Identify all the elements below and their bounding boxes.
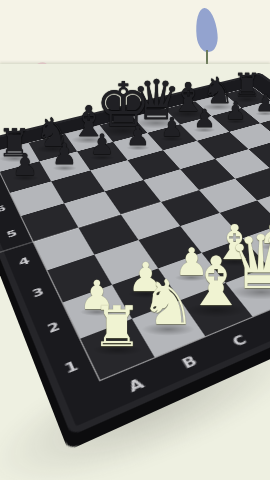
rank-label-6: 6 [0,203,8,214]
piece-black-pawn-g7[interactable]: ♟ [225,98,247,122]
rank-label-3: 3 [30,284,47,300]
piece-black-pawn-a7[interactable]: ♟ [12,150,39,180]
piece-black-pawn-e7[interactable]: ♟ [160,114,183,140]
file-label-A: A [125,373,148,395]
piece-black-pawn-c7[interactable]: ♟ [90,131,115,159]
file-label-C: C [228,330,250,349]
rank-label-1: 1 [62,356,82,376]
piece-black-pawn-h7[interactable]: ♟ [255,91,270,114]
scene: ABCDEFGH12345678 ♜♞♟♝♟♛♟♚♟♝♟♞♟♜♟♟♟♝♟♛♟♝♟… [0,0,270,480]
piece-black-pawn-b7[interactable]: ♟ [52,140,78,169]
piece-black-pawn-f7[interactable]: ♟ [193,106,215,131]
piece-white-rook-a1[interactable]: ♜ [92,299,142,355]
wall [0,0,270,63]
piece-black-pawn-d7[interactable]: ♟ [126,122,150,149]
rank-label-5: 5 [5,227,20,240]
file-label-B: B [178,351,201,372]
rank-label-2: 2 [45,318,64,336]
piece-white-knight-b1[interactable]: ♞ [140,273,196,335]
rank-label-4: 4 [16,254,32,268]
